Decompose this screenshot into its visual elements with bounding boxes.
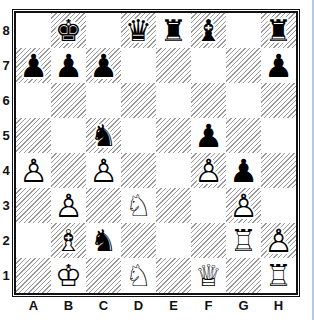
square-d7 — [121, 48, 156, 83]
rank-label-6: 6 — [0, 83, 12, 118]
square-e1 — [156, 258, 191, 293]
square-c7: ♟ — [86, 48, 121, 83]
piece-black-pawn: ♟ — [86, 48, 121, 83]
square-d8: ♛ — [121, 13, 156, 48]
square-f4: ♟♙ — [191, 153, 226, 188]
square-c4: ♟♙ — [86, 153, 121, 188]
piece-white-pawn: ♟♙ — [226, 188, 261, 223]
square-a7: ♟ — [16, 48, 51, 83]
square-b8: ♚ — [51, 13, 86, 48]
file-label-a: A — [16, 298, 51, 314]
square-f1: ♛♕ — [191, 258, 226, 293]
square-g6 — [226, 83, 261, 118]
piece-white-pawn: ♟♙ — [191, 153, 226, 188]
square-d5 — [121, 118, 156, 153]
square-d1: ♞♘ — [121, 258, 156, 293]
square-a1 — [16, 258, 51, 293]
piece-black-pawn: ♟ — [16, 48, 51, 83]
square-h2: ♟♙ — [261, 223, 296, 258]
file-label-h: H — [261, 298, 296, 314]
file-label-b: B — [51, 298, 86, 314]
square-h5 — [261, 118, 296, 153]
square-h1: ♜♖ — [261, 258, 296, 293]
square-e5 — [156, 118, 191, 153]
square-e2 — [156, 223, 191, 258]
square-h7: ♟ — [261, 48, 296, 83]
square-b7: ♟ — [51, 48, 86, 83]
square-e8: ♜ — [156, 13, 191, 48]
piece-white-pawn: ♟♙ — [51, 188, 86, 223]
piece-black-knight: ♞ — [86, 118, 121, 153]
square-e6 — [156, 83, 191, 118]
square-h6 — [261, 83, 296, 118]
square-c2: ♞ — [86, 223, 121, 258]
rank-label-1: 1 — [0, 258, 12, 293]
square-b4 — [51, 153, 86, 188]
square-e7 — [156, 48, 191, 83]
square-f6 — [191, 83, 226, 118]
square-c5: ♞ — [86, 118, 121, 153]
square-f5: ♟ — [191, 118, 226, 153]
square-f7 — [191, 48, 226, 83]
chess-diagram: 87654321 ♚♛♜♝♜♟♟♟♟♞♟♟♙♟♙♟♙♟♟♙♞♘♟♙♝♗♞♜♖♟♙… — [0, 0, 314, 320]
piece-white-rook: ♜♖ — [261, 258, 296, 293]
file-label-d: D — [121, 298, 156, 314]
piece-black-rook: ♜ — [156, 13, 191, 48]
piece-white-knight: ♞♘ — [121, 188, 156, 223]
square-b6 — [51, 83, 86, 118]
piece-black-pawn: ♟ — [191, 118, 226, 153]
file-label-g: G — [226, 298, 261, 314]
square-a4: ♟♙ — [16, 153, 51, 188]
square-g3: ♟♙ — [226, 188, 261, 223]
square-g1 — [226, 258, 261, 293]
square-a3 — [16, 188, 51, 223]
piece-white-bishop: ♝♗ — [51, 223, 86, 258]
piece-black-knight: ♞ — [86, 223, 121, 258]
square-a6 — [16, 83, 51, 118]
square-c6 — [86, 83, 121, 118]
square-g7 — [226, 48, 261, 83]
rank-labels: 87654321 — [0, 13, 12, 293]
square-c3 — [86, 188, 121, 223]
piece-black-rook: ♜ — [261, 13, 296, 48]
piece-black-bishop: ♝ — [191, 13, 226, 48]
square-h8: ♜ — [261, 13, 296, 48]
square-b3: ♟♙ — [51, 188, 86, 223]
square-c1 — [86, 258, 121, 293]
piece-black-king: ♚ — [51, 13, 86, 48]
rank-label-7: 7 — [0, 48, 12, 83]
square-a2 — [16, 223, 51, 258]
piece-white-knight: ♞♘ — [121, 258, 156, 293]
piece-white-pawn: ♟♙ — [86, 153, 121, 188]
square-d3: ♞♘ — [121, 188, 156, 223]
square-g8 — [226, 13, 261, 48]
square-g2: ♜♖ — [226, 223, 261, 258]
square-c8 — [86, 13, 121, 48]
file-labels: ABCDEFGH — [16, 298, 296, 314]
square-a5 — [16, 118, 51, 153]
square-b1: ♚♔ — [51, 258, 86, 293]
board-frame: ♚♛♜♝♜♟♟♟♟♞♟♟♙♟♙♟♙♟♟♙♞♘♟♙♝♗♞♜♖♟♙♚♔♞♘♛♕♜♖ — [12, 9, 300, 297]
piece-white-queen: ♛♕ — [191, 258, 226, 293]
piece-white-king: ♚♔ — [51, 258, 86, 293]
piece-white-pawn: ♟♙ — [261, 223, 296, 258]
square-d2 — [121, 223, 156, 258]
file-label-e: E — [156, 298, 191, 314]
square-h3 — [261, 188, 296, 223]
piece-white-rook: ♜♖ — [226, 223, 261, 258]
square-g5 — [226, 118, 261, 153]
piece-black-pawn: ♟ — [226, 153, 261, 188]
piece-black-pawn: ♟ — [261, 48, 296, 83]
square-g4: ♟ — [226, 153, 261, 188]
board: ♚♛♜♝♜♟♟♟♟♞♟♟♙♟♙♟♙♟♟♙♞♘♟♙♝♗♞♜♖♟♙♚♔♞♘♛♕♜♖ — [14, 11, 298, 295]
file-label-f: F — [191, 298, 226, 314]
piece-black-pawn: ♟ — [51, 48, 86, 83]
rank-label-5: 5 — [0, 118, 12, 153]
square-a8 — [16, 13, 51, 48]
piece-white-pawn: ♟♙ — [16, 153, 51, 188]
square-e3 — [156, 188, 191, 223]
rank-label-8: 8 — [0, 13, 12, 48]
file-label-c: C — [86, 298, 121, 314]
rank-label-3: 3 — [0, 188, 12, 223]
square-b5 — [51, 118, 86, 153]
square-e4 — [156, 153, 191, 188]
rank-label-2: 2 — [0, 223, 12, 258]
piece-black-queen: ♛ — [121, 13, 156, 48]
rank-label-4: 4 — [0, 153, 12, 188]
square-f8: ♝ — [191, 13, 226, 48]
square-d4 — [121, 153, 156, 188]
square-h4 — [261, 153, 296, 188]
square-f2 — [191, 223, 226, 258]
square-d6 — [121, 83, 156, 118]
page-edge-strip — [312, 0, 314, 320]
square-b2: ♝♗ — [51, 223, 86, 258]
square-f3 — [191, 188, 226, 223]
